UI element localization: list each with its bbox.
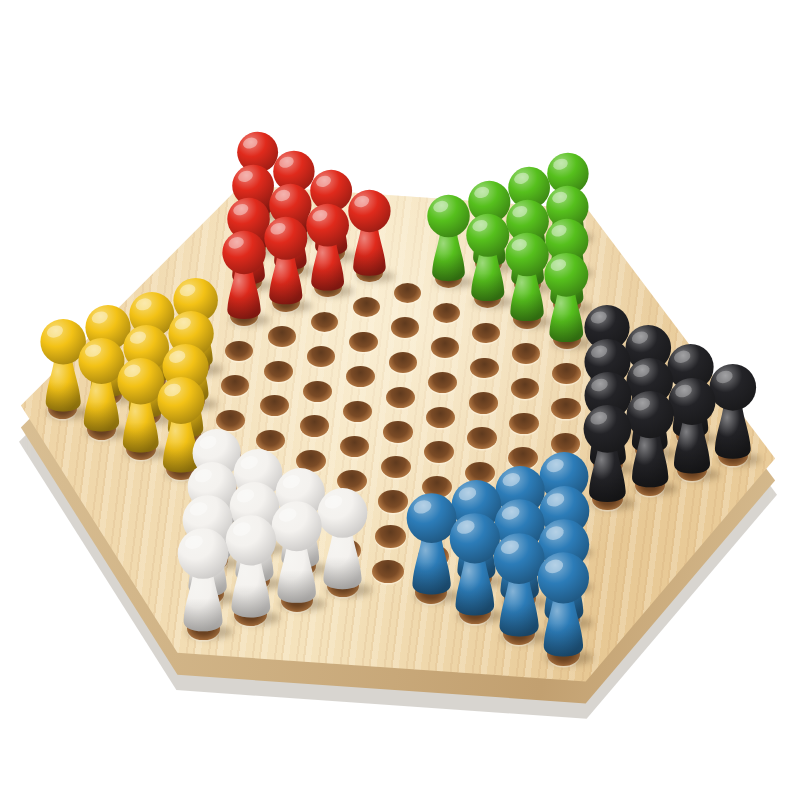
pegs-layer (0, 0, 800, 800)
peg-blue-10[interactable] (535, 550, 592, 659)
chinese-checkers-scene (0, 0, 800, 800)
peg-white-10[interactable] (175, 526, 231, 634)
peg-red-9[interactable] (262, 215, 310, 307)
peg-red-6[interactable] (346, 188, 393, 278)
peg-red-8[interactable] (304, 202, 351, 293)
peg-red-10[interactable] (220, 229, 268, 321)
